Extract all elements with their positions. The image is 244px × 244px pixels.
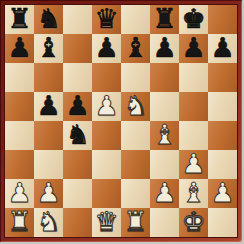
square-g7[interactable]: ♟ [179, 34, 208, 63]
square-b6[interactable] [34, 63, 63, 92]
square-f2[interactable]: ♟ [150, 179, 179, 208]
square-c7[interactable] [63, 34, 92, 63]
square-d8[interactable]: ♛ [92, 5, 121, 34]
square-e8[interactable] [121, 5, 150, 34]
square-d1[interactable]: ♛ [92, 208, 121, 237]
piece-black-pawn[interactable]: ♟ [94, 34, 118, 61]
square-g4[interactable] [179, 121, 208, 150]
square-h5[interactable] [208, 92, 237, 121]
square-c3[interactable] [63, 150, 92, 179]
square-b4[interactable] [34, 121, 63, 150]
square-c2[interactable] [63, 179, 92, 208]
square-a4[interactable] [5, 121, 34, 150]
square-g2[interactable]: ♝ [179, 179, 208, 208]
square-c8[interactable] [63, 5, 92, 34]
square-e5[interactable]: ♞ [121, 92, 150, 121]
square-e2[interactable] [121, 179, 150, 208]
piece-white-rook[interactable]: ♜ [7, 208, 31, 235]
square-h4[interactable] [208, 121, 237, 150]
square-f3[interactable] [150, 150, 179, 179]
square-h7[interactable]: ♟ [208, 34, 237, 63]
square-b3[interactable] [34, 150, 63, 179]
square-c5[interactable]: ♟ [63, 92, 92, 121]
square-h3[interactable] [208, 150, 237, 179]
square-b7[interactable]: ♝ [34, 34, 63, 63]
piece-black-pawn[interactable]: ♟ [210, 34, 234, 61]
piece-black-pawn[interactable]: ♟ [36, 92, 60, 119]
square-d6[interactable] [92, 63, 121, 92]
square-h6[interactable] [208, 63, 237, 92]
square-c1[interactable] [63, 208, 92, 237]
square-b5[interactable]: ♟ [34, 92, 63, 121]
square-b8[interactable]: ♞ [34, 5, 63, 34]
piece-white-bishop[interactable]: ♝ [152, 121, 176, 148]
square-d2[interactable] [92, 179, 121, 208]
piece-black-bishop[interactable]: ♝ [123, 34, 147, 61]
piece-white-bishop[interactable]: ♝ [181, 179, 205, 206]
piece-black-rook[interactable]: ♜ [7, 5, 31, 32]
square-d3[interactable] [92, 150, 121, 179]
piece-white-king[interactable]: ♚ [181, 208, 205, 235]
square-e1[interactable]: ♜ [121, 208, 150, 237]
piece-black-knight[interactable]: ♞ [65, 121, 89, 148]
square-b2[interactable]: ♟ [34, 179, 63, 208]
piece-black-pawn[interactable]: ♟ [65, 92, 89, 119]
square-f7[interactable]: ♟ [150, 34, 179, 63]
square-h1[interactable] [208, 208, 237, 237]
square-d4[interactable] [92, 121, 121, 150]
piece-white-knight[interactable]: ♞ [36, 208, 60, 235]
square-e4[interactable] [121, 121, 150, 150]
piece-white-pawn[interactable]: ♟ [210, 179, 234, 206]
piece-white-pawn[interactable]: ♟ [7, 179, 31, 206]
piece-white-queen[interactable]: ♛ [94, 208, 118, 235]
square-g1[interactable]: ♚ [179, 208, 208, 237]
square-a7[interactable]: ♟ [5, 34, 34, 63]
piece-white-pawn[interactable]: ♟ [36, 179, 60, 206]
piece-white-rook[interactable]: ♜ [123, 208, 147, 235]
square-a8[interactable]: ♜ [5, 5, 34, 34]
square-d7[interactable]: ♟ [92, 34, 121, 63]
square-g6[interactable] [179, 63, 208, 92]
chess-board: ♜♞♛♜♚♟♝♟♝♟♟♟♟♟♟♞♞♝♟♟♟♟♝♟♜♞♛♜♚ [5, 5, 237, 237]
piece-white-pawn[interactable]: ♟ [181, 150, 205, 177]
square-g3[interactable]: ♟ [179, 150, 208, 179]
square-f8[interactable]: ♜ [150, 5, 179, 34]
square-e3[interactable] [121, 150, 150, 179]
square-f5[interactable] [150, 92, 179, 121]
square-h2[interactable]: ♟ [208, 179, 237, 208]
square-f6[interactable] [150, 63, 179, 92]
square-a3[interactable] [5, 150, 34, 179]
piece-white-pawn[interactable]: ♟ [94, 92, 118, 119]
square-b1[interactable]: ♞ [34, 208, 63, 237]
image-outer-edge: ♜♞♛♜♚♟♝♟♝♟♟♟♟♟♟♞♞♝♟♟♟♟♝♟♜♞♛♜♚ [0, 0, 244, 244]
square-f4[interactable]: ♝ [150, 121, 179, 150]
square-c6[interactable] [63, 63, 92, 92]
piece-black-bishop[interactable]: ♝ [36, 34, 60, 61]
piece-white-knight[interactable]: ♞ [123, 92, 147, 119]
piece-black-knight[interactable]: ♞ [36, 5, 60, 32]
square-e6[interactable] [121, 63, 150, 92]
piece-black-pawn[interactable]: ♟ [152, 34, 176, 61]
square-g8[interactable]: ♚ [179, 5, 208, 34]
square-c4[interactable]: ♞ [63, 121, 92, 150]
square-a2[interactable]: ♟ [5, 179, 34, 208]
piece-black-pawn[interactable]: ♟ [7, 34, 31, 61]
piece-white-pawn[interactable]: ♟ [152, 179, 176, 206]
piece-black-queen[interactable]: ♛ [94, 5, 118, 32]
square-h8[interactable] [208, 5, 237, 34]
square-a1[interactable]: ♜ [5, 208, 34, 237]
square-g5[interactable] [179, 92, 208, 121]
square-f1[interactable] [150, 208, 179, 237]
square-e7[interactable]: ♝ [121, 34, 150, 63]
square-a6[interactable] [5, 63, 34, 92]
chess-board-frame: ♜♞♛♜♚♟♝♟♝♟♟♟♟♟♟♞♞♝♟♟♟♟♝♟♜♞♛♜♚ [0, 0, 242, 242]
piece-black-king[interactable]: ♚ [181, 5, 205, 32]
square-a5[interactable] [5, 92, 34, 121]
piece-black-rook[interactable]: ♜ [152, 5, 176, 32]
piece-black-pawn[interactable]: ♟ [181, 34, 205, 61]
square-d5[interactable]: ♟ [92, 92, 121, 121]
